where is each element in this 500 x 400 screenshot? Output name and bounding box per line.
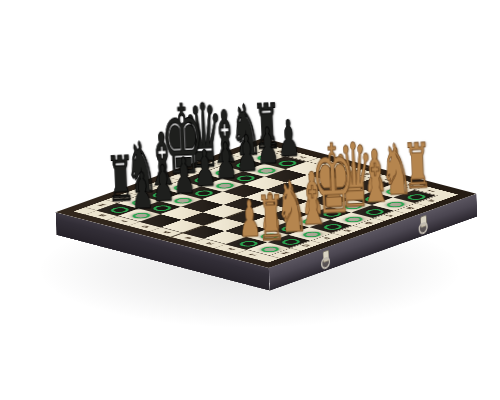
- file-label-text: G: [300, 244, 312, 248]
- latch-clasp-icon: [319, 249, 331, 268]
- rank-label-text: 6: [139, 225, 151, 228]
- file-label-text: C: [383, 214, 395, 218]
- black-pawn: ♟: [255, 121, 280, 172]
- file-label-text: H: [279, 251, 291, 255]
- rank-label-text: 3: [204, 242, 216, 245]
- rank-label-text: 4: [182, 236, 194, 239]
- file-label-text: D: [362, 221, 374, 225]
- rank-label-text: 1: [247, 253, 259, 256]
- latch-clasp-icon: [417, 214, 429, 233]
- rank-label-text: 2: [225, 247, 237, 250]
- file-label-text: F: [321, 236, 332, 239]
- rank-label-text: 7: [118, 219, 130, 222]
- black-pawn: ♟: [130, 166, 155, 217]
- rank-label-text: 5: [161, 230, 173, 233]
- white-rook: ♜: [256, 187, 286, 250]
- product-photo-stage: HGFEDCBA8♜♞♝♚♛♝♞♜87♟♟♟♟♟♟♟♟7665544332♟♟♟…: [0, 0, 500, 400]
- file-label-text: B: [404, 206, 416, 210]
- rank-label-text: 8: [96, 214, 108, 217]
- file-label-text: E: [342, 229, 353, 232]
- file-label-text: A: [425, 199, 437, 203]
- black-pawn: ♟: [151, 158, 176, 209]
- file-label-text: H: [95, 203, 107, 207]
